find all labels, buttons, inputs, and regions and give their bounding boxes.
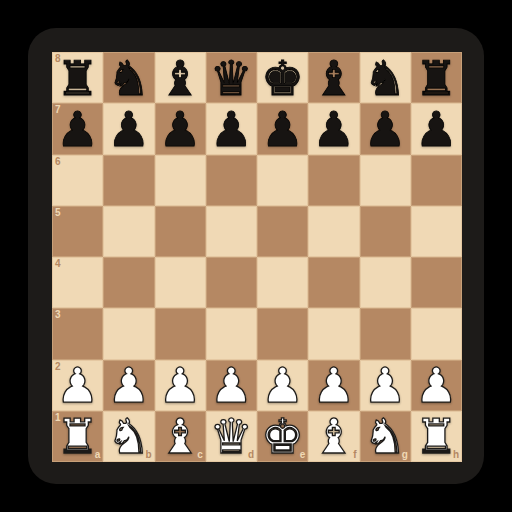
square-h6[interactable]: [411, 155, 462, 206]
square-a5[interactable]: 5: [52, 206, 103, 257]
square-d6[interactable]: [206, 155, 257, 206]
rank-label-5: 5: [55, 208, 61, 218]
square-d1[interactable]: d♛: [206, 411, 257, 462]
square-d5[interactable]: [206, 206, 257, 257]
piece-black-pawn[interactable]: ♟: [56, 105, 99, 153]
square-f1[interactable]: f♝: [308, 411, 359, 462]
piece-white-pawn[interactable]: ♟: [312, 361, 355, 409]
square-a1[interactable]: 1a♜: [52, 411, 103, 462]
square-c5[interactable]: [155, 206, 206, 257]
square-c8[interactable]: ♝: [155, 52, 206, 103]
square-a8[interactable]: 8♜: [52, 52, 103, 103]
chess-board[interactable]: 8♜♞♝♛♚♝♞♜7♟♟♟♟♟♟♟♟65432♟♟♟♟♟♟♟♟1a♜b♞c♝d♛…: [52, 52, 462, 462]
square-h2[interactable]: ♟: [411, 360, 462, 411]
square-h8[interactable]: ♜: [411, 52, 462, 103]
square-b6[interactable]: [103, 155, 154, 206]
board-card: 8♜♞♝♛♚♝♞♜7♟♟♟♟♟♟♟♟65432♟♟♟♟♟♟♟♟1a♜b♞c♝d♛…: [28, 28, 484, 484]
piece-white-pawn[interactable]: ♟: [261, 361, 304, 409]
square-c4[interactable]: [155, 257, 206, 308]
piece-black-king[interactable]: ♚: [261, 54, 304, 102]
piece-white-bishop[interactable]: ♝: [159, 412, 202, 460]
piece-black-pawn[interactable]: ♟: [159, 105, 202, 153]
piece-black-queen[interactable]: ♛: [210, 54, 253, 102]
square-c7[interactable]: ♟: [155, 103, 206, 154]
square-c1[interactable]: c♝: [155, 411, 206, 462]
square-a2[interactable]: 2♟: [52, 360, 103, 411]
piece-white-pawn[interactable]: ♟: [107, 361, 150, 409]
piece-white-knight[interactable]: ♞: [107, 412, 150, 460]
square-b7[interactable]: ♟: [103, 103, 154, 154]
square-h3[interactable]: [411, 308, 462, 359]
square-g3[interactable]: [360, 308, 411, 359]
piece-white-bishop[interactable]: ♝: [312, 412, 355, 460]
square-b8[interactable]: ♞: [103, 52, 154, 103]
piece-black-rook[interactable]: ♜: [56, 54, 99, 102]
square-a4[interactable]: 4: [52, 257, 103, 308]
piece-black-pawn[interactable]: ♟: [364, 105, 407, 153]
square-d8[interactable]: ♛: [206, 52, 257, 103]
square-d2[interactable]: ♟: [206, 360, 257, 411]
piece-black-bishop[interactable]: ♝: [312, 54, 355, 102]
square-b4[interactable]: [103, 257, 154, 308]
piece-black-knight[interactable]: ♞: [107, 54, 150, 102]
piece-black-rook[interactable]: ♜: [415, 54, 458, 102]
piece-black-pawn[interactable]: ♟: [107, 105, 150, 153]
piece-white-pawn[interactable]: ♟: [415, 361, 458, 409]
square-g6[interactable]: [360, 155, 411, 206]
square-g7[interactable]: ♟: [360, 103, 411, 154]
square-h1[interactable]: h♜: [411, 411, 462, 462]
piece-black-bishop[interactable]: ♝: [159, 54, 202, 102]
piece-black-pawn[interactable]: ♟: [261, 105, 304, 153]
square-a7[interactable]: 7♟: [52, 103, 103, 154]
square-e4[interactable]: [257, 257, 308, 308]
square-h5[interactable]: [411, 206, 462, 257]
piece-white-pawn[interactable]: ♟: [159, 361, 202, 409]
square-h7[interactable]: ♟: [411, 103, 462, 154]
piece-white-queen[interactable]: ♛: [210, 412, 253, 460]
square-g8[interactable]: ♞: [360, 52, 411, 103]
rank-label-6: 6: [55, 157, 61, 167]
square-e2[interactable]: ♟: [257, 360, 308, 411]
square-e7[interactable]: ♟: [257, 103, 308, 154]
square-f8[interactable]: ♝: [308, 52, 359, 103]
square-a3[interactable]: 3: [52, 308, 103, 359]
square-f2[interactable]: ♟: [308, 360, 359, 411]
piece-white-king[interactable]: ♚: [261, 412, 304, 460]
piece-black-pawn[interactable]: ♟: [210, 105, 253, 153]
square-e3[interactable]: [257, 308, 308, 359]
square-g5[interactable]: [360, 206, 411, 257]
square-b2[interactable]: ♟: [103, 360, 154, 411]
piece-white-rook[interactable]: ♜: [56, 412, 99, 460]
square-h4[interactable]: [411, 257, 462, 308]
piece-white-pawn[interactable]: ♟: [56, 361, 99, 409]
piece-black-pawn[interactable]: ♟: [312, 105, 355, 153]
square-e6[interactable]: [257, 155, 308, 206]
square-b5[interactable]: [103, 206, 154, 257]
square-b3[interactable]: [103, 308, 154, 359]
square-f5[interactable]: [308, 206, 359, 257]
square-c6[interactable]: [155, 155, 206, 206]
square-b1[interactable]: b♞: [103, 411, 154, 462]
square-f6[interactable]: [308, 155, 359, 206]
piece-white-knight[interactable]: ♞: [364, 412, 407, 460]
square-d3[interactable]: [206, 308, 257, 359]
square-g1[interactable]: g♞: [360, 411, 411, 462]
square-f3[interactable]: [308, 308, 359, 359]
piece-black-knight[interactable]: ♞: [364, 54, 407, 102]
square-d4[interactable]: [206, 257, 257, 308]
square-g2[interactable]: ♟: [360, 360, 411, 411]
square-g4[interactable]: [360, 257, 411, 308]
square-e8[interactable]: ♚: [257, 52, 308, 103]
square-e1[interactable]: e♚: [257, 411, 308, 462]
square-f4[interactable]: [308, 257, 359, 308]
square-c3[interactable]: [155, 308, 206, 359]
square-d7[interactable]: ♟: [206, 103, 257, 154]
square-f7[interactable]: ♟: [308, 103, 359, 154]
rank-label-3: 3: [55, 310, 61, 320]
square-a6[interactable]: 6: [52, 155, 103, 206]
piece-black-pawn[interactable]: ♟: [415, 105, 458, 153]
piece-white-rook[interactable]: ♜: [415, 412, 458, 460]
piece-white-pawn[interactable]: ♟: [364, 361, 407, 409]
square-c2[interactable]: ♟: [155, 360, 206, 411]
piece-white-pawn[interactable]: ♟: [210, 361, 253, 409]
page-background: 8♜♞♝♛♚♝♞♜7♟♟♟♟♟♟♟♟65432♟♟♟♟♟♟♟♟1a♜b♞c♝d♛…: [0, 0, 512, 512]
square-e5[interactable]: [257, 206, 308, 257]
rank-label-4: 4: [55, 259, 61, 269]
